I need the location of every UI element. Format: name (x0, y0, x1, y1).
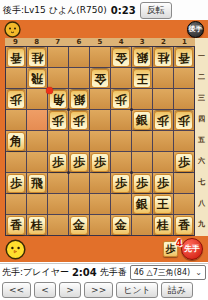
player-label: 先手:プレイヤー (2, 266, 69, 279)
square-5-3[interactable] (90, 89, 110, 109)
rank-label-五: 五 (195, 130, 208, 151)
piece-sente-香-99[interactable]: 香 (7, 216, 25, 235)
piece-gote-香-11[interactable]: 香 (175, 48, 193, 67)
sente-avatar-chick-icon (5, 239, 26, 260)
square-6-8[interactable] (69, 194, 89, 214)
piece-gote-歩-93[interactable]: 歩 (7, 90, 25, 109)
square-5-7[interactable] (90, 173, 110, 193)
piece-sente-飛-87[interactable]: 飛 (28, 174, 46, 193)
square-3-5[interactable] (132, 131, 152, 151)
piece-sente-歩-37[interactable]: 歩 (133, 174, 151, 193)
piece-gote-歩-74[interactable]: 歩 (49, 111, 67, 130)
piece-sente-桂-29[interactable]: 桂 (154, 216, 172, 235)
hoshi-point (130, 171, 133, 174)
square-6-2[interactable] (69, 68, 89, 88)
piece-sente-歩-66[interactable]: 歩 (70, 153, 88, 172)
piece-sente-歩-56[interactable]: 歩 (91, 153, 109, 172)
square-7-9[interactable] (48, 215, 68, 235)
square-8-8[interactable] (27, 194, 47, 214)
square-4-4[interactable] (111, 110, 131, 130)
next-move-button[interactable]: > (59, 282, 81, 298)
square-5-8[interactable] (90, 194, 110, 214)
turn-indicator: 先手番 (100, 266, 127, 279)
piece-gote-金-41[interactable]: 金 (112, 48, 130, 67)
board-grid[interactable]: 香桂金銀桂香飛金王歩角銀歩歩歩歩歩銀角歩歩歩歩歩飛歩歩歩銀王香桂金金桂香 (5, 46, 195, 236)
square-8-4[interactable] (27, 110, 47, 130)
square-9-8[interactable] (6, 194, 26, 214)
prev-move-button[interactable]: < (34, 282, 56, 298)
file-label-6: 6 (68, 38, 89, 46)
hoshi-point (67, 108, 70, 111)
square-8-5[interactable] (27, 131, 47, 151)
rank-label-七: 七 (195, 172, 208, 193)
rank-label-三: 三 (195, 88, 208, 109)
rank-label-二: 二 (195, 67, 208, 88)
piece-gote-銀-63[interactable]: 銀 (70, 90, 88, 109)
square-3-6[interactable] (132, 152, 152, 172)
piece-sente-金-69[interactable]: 金 (70, 216, 88, 235)
chevron-down-icon: ⌄ (195, 268, 202, 277)
piece-gote-歩-64[interactable]: 歩 (70, 111, 88, 130)
square-4-2[interactable] (111, 68, 131, 88)
square-5-1[interactable] (90, 47, 110, 67)
piece-gote-桂-81[interactable]: 桂 (28, 48, 46, 67)
piece-sente-金-49[interactable]: 金 (112, 216, 130, 235)
sente-hand-tray: 歩4 先手 (0, 236, 208, 262)
top-status-bar: 後手:Lv15 ひよん(R750) 0:23 反転 (0, 0, 208, 20)
file-label-4: 4 (111, 38, 132, 46)
square-8-3[interactable] (27, 89, 47, 109)
piece-sente-香-19[interactable]: 香 (175, 216, 193, 235)
square-2-6[interactable] (153, 152, 173, 172)
piece-sente-角-95[interactable]: 角 (7, 132, 25, 151)
square-1-8[interactable] (174, 194, 194, 214)
piece-gote-歩-14[interactable]: 歩 (175, 111, 193, 130)
square-9-4[interactable] (6, 110, 26, 130)
gote-clock: 0:23 (111, 5, 136, 16)
square-1-2[interactable] (174, 68, 194, 88)
square-7-5[interactable] (48, 131, 68, 151)
square-7-7[interactable] (48, 173, 68, 193)
rank-coordinate-labels: 一二三四五六七八九 (195, 38, 208, 236)
last-move-button[interactable]: >> (84, 282, 113, 298)
rank-label-四: 四 (195, 109, 208, 130)
file-label-8: 8 (26, 38, 47, 46)
piece-gote-歩-24[interactable]: 歩 (154, 111, 172, 130)
move-list-selected: 46 △7三角(84) (134, 267, 190, 278)
file-label-7: 7 (47, 38, 68, 46)
hand-piece-歩[interactable]: 歩4 (163, 241, 178, 257)
square-7-1[interactable] (48, 47, 68, 67)
piece-gote-飛-82[interactable]: 飛 (28, 69, 46, 88)
gote-hand-tray: 後手 (0, 20, 208, 38)
square-9-2[interactable] (6, 68, 26, 88)
piece-sente-歩-76[interactable]: 歩 (49, 153, 67, 172)
square-4-5[interactable] (111, 131, 131, 151)
square-5-9[interactable] (90, 215, 110, 235)
square-5-5[interactable] (90, 131, 110, 151)
square-9-6[interactable] (6, 152, 26, 172)
file-label-9: 9 (5, 38, 26, 46)
piece-gote-金-52[interactable]: 金 (91, 69, 109, 88)
mate-check-button[interactable]: 詰み (161, 282, 193, 298)
first-move-button[interactable]: << (2, 282, 31, 298)
square-2-3[interactable] (153, 89, 173, 109)
rank-label-九: 九 (195, 214, 208, 235)
piece-gote-香-91[interactable]: 香 (7, 48, 25, 67)
piece-gote-銀-31[interactable]: 銀 (133, 48, 151, 67)
square-6-7[interactable] (69, 173, 89, 193)
player-status-bar: 先手:プレイヤー 2:04 先手番 46 △7三角(84) ⌄ (0, 263, 208, 281)
piece-sente-銀-34[interactable]: 銀 (133, 111, 151, 130)
file-label-5: 5 (89, 38, 110, 46)
file-label-1: 1 (174, 38, 195, 46)
square-7-2[interactable] (48, 68, 68, 88)
square-4-6[interactable] (111, 152, 131, 172)
last-move-dot (46, 87, 53, 94)
opponent-label: 後手:Lv15 ひよん(R750) (3, 4, 107, 17)
piece-sente-歩-16[interactable]: 歩 (175, 153, 193, 172)
gote-avatar-chick-icon (4, 21, 21, 38)
piece-sente-歩-47[interactable]: 歩 (112, 174, 130, 193)
piece-gote-王-32[interactable]: 王 (133, 69, 151, 88)
square-3-9[interactable] (132, 215, 152, 235)
piece-sente-歩-27[interactable]: 歩 (154, 174, 172, 193)
file-coordinate-labels: 987654321 (5, 38, 195, 46)
gote-badge: 後手 (187, 21, 204, 38)
square-5-4[interactable] (90, 110, 110, 130)
piece-sente-桂-89[interactable]: 桂 (28, 216, 46, 235)
flip-board-button[interactable]: 反転 (140, 2, 172, 19)
file-label-3: 3 (132, 38, 153, 46)
hint-button[interactable]: ヒント (116, 282, 158, 298)
square-1-7[interactable] (174, 173, 194, 193)
square-4-8[interactable] (111, 194, 131, 214)
file-label-2: 2 (153, 38, 174, 46)
square-6-5[interactable] (69, 131, 89, 151)
square-7-8[interactable] (48, 194, 68, 214)
square-8-6[interactable] (27, 152, 47, 172)
navigation-controls: <<<>>>ヒント詰み (0, 282, 208, 298)
rank-label-八: 八 (195, 193, 208, 214)
square-1-3[interactable] (174, 89, 194, 109)
hoshi-point (130, 108, 133, 111)
square-1-5[interactable] (174, 131, 194, 151)
piece-gote-歩-43[interactable]: 歩 (112, 90, 130, 109)
sente-clock: 2:04 (72, 267, 97, 278)
sente-hand-pieces[interactable]: 歩4 (163, 241, 178, 257)
square-2-2[interactable] (153, 68, 173, 88)
hand-piece-count: 4 (176, 238, 182, 248)
move-list-dropdown[interactable]: 46 △7三角(84) ⌄ (130, 265, 206, 280)
hoshi-point (67, 171, 70, 174)
rank-label-一: 一 (195, 46, 208, 67)
piece-sente-銀-38[interactable]: 銀 (133, 195, 151, 214)
square-3-3[interactable] (132, 89, 152, 109)
sente-badge: 先手 (181, 238, 203, 260)
piece-sente-王-28[interactable]: 王 (154, 195, 172, 214)
square-2-5[interactable] (153, 131, 173, 151)
piece-gote-桂-21[interactable]: 桂 (154, 48, 172, 67)
square-6-1[interactable] (69, 47, 89, 67)
rank-label-六: 六 (195, 151, 208, 172)
piece-sente-歩-97[interactable]: 歩 (7, 174, 25, 193)
